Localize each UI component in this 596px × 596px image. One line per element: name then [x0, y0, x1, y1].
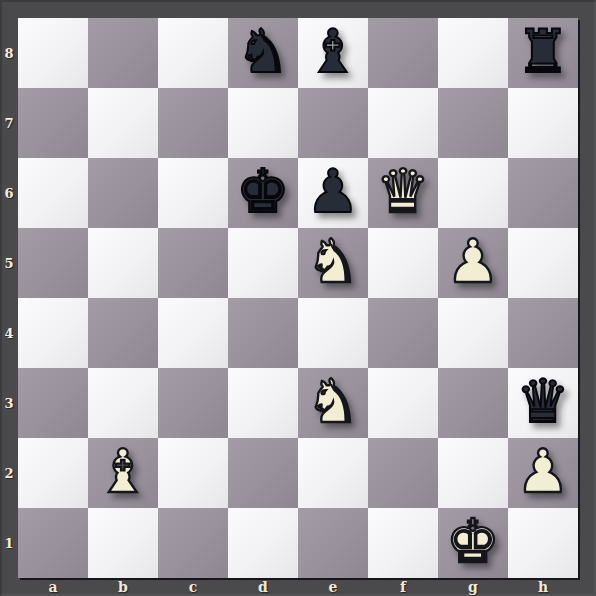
- square-f7[interactable]: [368, 88, 438, 158]
- square-f4[interactable]: [368, 298, 438, 368]
- square-h3[interactable]: ♛: [508, 368, 578, 438]
- square-g3[interactable]: [438, 368, 508, 438]
- square-a4[interactable]: [18, 298, 88, 368]
- square-h8[interactable]: ♜: [508, 18, 578, 88]
- square-g5[interactable]: ♟: [438, 228, 508, 298]
- square-g8[interactable]: [438, 18, 508, 88]
- square-a5[interactable]: [18, 228, 88, 298]
- square-f5[interactable]: [368, 228, 438, 298]
- square-c2[interactable]: [158, 438, 228, 508]
- square-e4[interactable]: [298, 298, 368, 368]
- square-c7[interactable]: [158, 88, 228, 158]
- square-b1[interactable]: [88, 508, 158, 578]
- square-g6[interactable]: [438, 158, 508, 228]
- file-label-b: b: [88, 578, 158, 596]
- black-king[interactable]: ♚: [236, 156, 290, 226]
- white-king[interactable]: ♚: [446, 506, 500, 576]
- black-pawn[interactable]: ♟: [306, 156, 360, 226]
- black-queen[interactable]: ♛: [516, 366, 570, 436]
- chess-app: ♞♝♜♚♟♛♞♟♞♛♝♟♚ 87654321 abcdefgh: [0, 0, 596, 596]
- rank-label-3: 3: [0, 368, 18, 438]
- square-d7[interactable]: [228, 88, 298, 158]
- rank-label-5: 5: [0, 228, 18, 298]
- square-g2[interactable]: [438, 438, 508, 508]
- square-c1[interactable]: [158, 508, 228, 578]
- square-a1[interactable]: [18, 508, 88, 578]
- white-knight[interactable]: ♞: [306, 226, 360, 296]
- black-knight[interactable]: ♞: [236, 16, 290, 86]
- white-knight[interactable]: ♞: [306, 366, 360, 436]
- square-a6[interactable]: [18, 158, 88, 228]
- square-b6[interactable]: [88, 158, 158, 228]
- square-b4[interactable]: [88, 298, 158, 368]
- chess-board: ♞♝♜♚♟♛♞♟♞♛♝♟♚: [18, 18, 578, 578]
- file-label-d: d: [228, 578, 298, 596]
- square-e6[interactable]: ♟: [298, 158, 368, 228]
- square-b7[interactable]: [88, 88, 158, 158]
- file-label-c: c: [158, 578, 228, 596]
- square-c6[interactable]: [158, 158, 228, 228]
- file-label-f: f: [368, 578, 438, 596]
- square-a3[interactable]: [18, 368, 88, 438]
- square-b8[interactable]: [88, 18, 158, 88]
- square-f2[interactable]: [368, 438, 438, 508]
- black-bishop[interactable]: ♝: [306, 16, 360, 86]
- rank-label-2: 2: [0, 438, 18, 508]
- square-h2[interactable]: ♟: [508, 438, 578, 508]
- square-e1[interactable]: [298, 508, 368, 578]
- square-f1[interactable]: [368, 508, 438, 578]
- square-f6[interactable]: ♛: [368, 158, 438, 228]
- square-b5[interactable]: [88, 228, 158, 298]
- square-h5[interactable]: [508, 228, 578, 298]
- rank-label-6: 6: [0, 158, 18, 228]
- square-d2[interactable]: [228, 438, 298, 508]
- file-label-a: a: [18, 578, 88, 596]
- file-label-g: g: [438, 578, 508, 596]
- square-a8[interactable]: [18, 18, 88, 88]
- square-b3[interactable]: [88, 368, 158, 438]
- square-e5[interactable]: ♞: [298, 228, 368, 298]
- white-pawn[interactable]: ♟: [516, 436, 570, 506]
- file-label-h: h: [508, 578, 578, 596]
- square-h1[interactable]: [508, 508, 578, 578]
- square-a7[interactable]: [18, 88, 88, 158]
- square-e8[interactable]: ♝: [298, 18, 368, 88]
- square-d1[interactable]: [228, 508, 298, 578]
- square-f3[interactable]: [368, 368, 438, 438]
- square-d4[interactable]: [228, 298, 298, 368]
- square-d3[interactable]: [228, 368, 298, 438]
- square-c4[interactable]: [158, 298, 228, 368]
- square-e3[interactable]: ♞: [298, 368, 368, 438]
- rank-label-7: 7: [0, 88, 18, 158]
- square-c8[interactable]: [158, 18, 228, 88]
- square-g4[interactable]: [438, 298, 508, 368]
- square-c5[interactable]: [158, 228, 228, 298]
- black-rook[interactable]: ♜: [516, 16, 570, 86]
- rank-label-4: 4: [0, 298, 18, 368]
- square-e2[interactable]: [298, 438, 368, 508]
- square-f8[interactable]: [368, 18, 438, 88]
- square-b2[interactable]: ♝: [88, 438, 158, 508]
- square-d8[interactable]: ♞: [228, 18, 298, 88]
- white-queen[interactable]: ♛: [376, 156, 430, 226]
- square-h6[interactable]: [508, 158, 578, 228]
- square-a2[interactable]: [18, 438, 88, 508]
- square-g7[interactable]: [438, 88, 508, 158]
- square-c3[interactable]: [158, 368, 228, 438]
- square-e7[interactable]: [298, 88, 368, 158]
- square-g1[interactable]: ♚: [438, 508, 508, 578]
- white-bishop[interactable]: ♝: [96, 436, 150, 506]
- square-d6[interactable]: ♚: [228, 158, 298, 228]
- square-h4[interactable]: [508, 298, 578, 368]
- rank-label-1: 1: [0, 508, 18, 578]
- square-d5[interactable]: [228, 228, 298, 298]
- rank-label-8: 8: [0, 18, 18, 88]
- file-label-e: e: [298, 578, 368, 596]
- white-pawn[interactable]: ♟: [446, 226, 500, 296]
- square-h7[interactable]: [508, 88, 578, 158]
